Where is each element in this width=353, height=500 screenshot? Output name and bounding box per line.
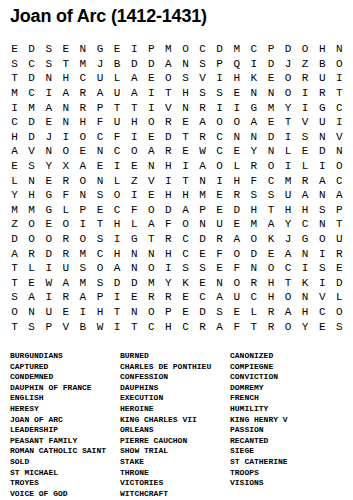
grid-cell: U — [57, 261, 74, 276]
grid-cell: R — [23, 246, 40, 261]
grid-cell: Y — [160, 276, 177, 291]
grid-cell: N — [23, 305, 40, 320]
grid-cell: A — [331, 188, 348, 203]
grid-cell: O — [280, 86, 297, 101]
grid-cell: C — [194, 290, 211, 305]
grid-cell: N — [57, 115, 74, 130]
grid-cell: N — [74, 188, 91, 203]
grid-cell: O — [126, 144, 143, 159]
grid-cell: F — [245, 173, 262, 188]
grid-cell: R — [194, 130, 211, 145]
grid-cell: O — [74, 232, 91, 247]
grid-cell: N — [40, 71, 57, 86]
grid-cell: S — [211, 305, 228, 320]
grid-cell: S — [91, 232, 108, 247]
grid-cell: E — [177, 290, 194, 305]
grid-cell: S — [262, 188, 279, 203]
grid-cell: N — [245, 86, 262, 101]
grid-cell: O — [177, 42, 194, 57]
grid-cell: E — [6, 159, 23, 174]
grid-cell: C — [177, 232, 194, 247]
grid-cell: A — [177, 203, 194, 218]
grid-cell: H — [160, 319, 177, 334]
word-list-item: DOMREMY — [230, 383, 353, 394]
grid-cell: R — [245, 276, 262, 291]
grid-cell: Z — [126, 173, 143, 188]
grid-cell: A — [211, 319, 228, 334]
grid-cell: S — [74, 261, 91, 276]
grid-cell: K — [245, 71, 262, 86]
grid-cell: V — [314, 290, 331, 305]
grid-cell: D — [262, 130, 279, 145]
grid-cell: D — [143, 57, 160, 72]
grid-cell: E — [228, 144, 245, 159]
grid-cell: H — [262, 290, 279, 305]
word-list-item: VICTORIES — [120, 478, 230, 489]
grid-cell: I — [40, 86, 57, 101]
grid-cell: O — [143, 203, 160, 218]
grid-cell: I — [126, 130, 143, 145]
grid-cell: D — [23, 42, 40, 57]
grid-cell: A — [194, 159, 211, 174]
grid-cell: L — [331, 290, 348, 305]
grid-cell: H — [177, 86, 194, 101]
grid-cell: I — [331, 115, 348, 130]
grid-cell: U — [314, 115, 331, 130]
grid-cell: T — [109, 100, 126, 115]
grid-cell: R — [57, 246, 74, 261]
grid-cell: V — [160, 100, 177, 115]
grid-cell: I — [211, 100, 228, 115]
grid-cell: R — [74, 86, 91, 101]
puzzle-title: Joan of Arc (1412-1431) — [10, 6, 207, 27]
grid-cell: T — [109, 305, 126, 320]
grid-cell: E — [194, 246, 211, 261]
grid-cell: M — [143, 276, 160, 291]
grid-cell: U — [109, 86, 126, 101]
grid-cell: I — [109, 159, 126, 174]
grid-cell: H — [314, 42, 331, 57]
grid-cell: O — [280, 71, 297, 86]
grid-cell: N — [194, 173, 211, 188]
grid-cell: D — [280, 42, 297, 57]
grid-cell: E — [6, 42, 23, 57]
word-list-item: ORLEANS — [120, 425, 230, 436]
grid-cell: Y — [280, 100, 297, 115]
grid-cell: H — [126, 115, 143, 130]
grid-cell: L — [57, 203, 74, 218]
word-list-item: SHOW TRIAL — [120, 446, 230, 457]
grid-cell: S — [177, 261, 194, 276]
grid-cell: I — [314, 276, 331, 291]
grid-cell: F — [57, 188, 74, 203]
word-list-item: KING CHARLES VII — [120, 415, 230, 426]
grid-cell: I — [109, 290, 126, 305]
grid-cell: O — [177, 217, 194, 232]
grid-cell: T — [177, 173, 194, 188]
grid-cell: O — [57, 144, 74, 159]
grid-cell: S — [194, 57, 211, 72]
grid-cell: N — [91, 144, 108, 159]
grid-cell: A — [109, 261, 126, 276]
grid-cell: T — [126, 100, 143, 115]
word-list-item: ROMAN CATHOLIC SAINT — [10, 446, 120, 457]
grid-cell: U — [211, 217, 228, 232]
grid-cell: M — [194, 188, 211, 203]
grid-cell: W — [91, 319, 108, 334]
grid-cell: C — [245, 42, 262, 57]
grid-cell: T — [262, 203, 279, 218]
grid-cell: F — [160, 217, 177, 232]
grid-cell: D — [126, 276, 143, 291]
grid-cell: E — [177, 144, 194, 159]
word-list-item: ST MICHAEL — [10, 468, 120, 479]
grid-cell: R — [74, 100, 91, 115]
grid-cell: I — [160, 261, 177, 276]
grid-cell: V — [143, 173, 160, 188]
grid-cell: H — [109, 246, 126, 261]
grid-cell: O — [91, 261, 108, 276]
grid-cell: N — [126, 305, 143, 320]
grid-cell: A — [280, 305, 297, 320]
grid-cell: A — [6, 144, 23, 159]
grid-cell: J — [280, 57, 297, 72]
grid-cell: M — [74, 276, 91, 291]
grid-cell: I — [109, 319, 126, 334]
grid-cell: C — [74, 71, 91, 86]
grid-cell: S — [6, 290, 23, 305]
grid-cell: A — [57, 276, 74, 291]
grid-cell: N — [314, 188, 331, 203]
grid-cell: R — [57, 232, 74, 247]
grid-cell: T — [143, 232, 160, 247]
word-list-item: SIEGE — [230, 446, 353, 457]
grid-cell: N — [245, 261, 262, 276]
grid-cell: L — [109, 173, 126, 188]
grid-cell: S — [91, 188, 108, 203]
grid-cell: I — [6, 100, 23, 115]
grid-cell: E — [177, 305, 194, 320]
grid-cell: C — [143, 319, 160, 334]
word-list-column: BURGUNDIANSCAPTUREDCONDEMNEDDAUPHIN OF F… — [10, 351, 120, 499]
grid-cell: D — [314, 144, 331, 159]
grid-cell: R — [297, 173, 314, 188]
grid-cell: S — [211, 86, 228, 101]
grid-cell: N — [262, 144, 279, 159]
grid-cell: N — [314, 130, 331, 145]
grid-cell: D — [211, 42, 228, 57]
grid-cell: T — [91, 217, 108, 232]
grid-cell: S — [91, 276, 108, 291]
grid-cell: G — [245, 100, 262, 115]
grid-cell: R — [228, 188, 245, 203]
grid-cell: A — [126, 71, 143, 86]
grid-cell: G — [40, 203, 57, 218]
grid-cell: R — [211, 232, 228, 247]
grid-cell: Y — [40, 159, 57, 174]
grid-cell: T — [280, 276, 297, 291]
word-list-item: KING HENRY V — [230, 415, 353, 426]
grid-cell: Y — [245, 144, 262, 159]
word-list-item: CONVICTION — [230, 372, 353, 383]
grid-cell: U — [280, 188, 297, 203]
grid-cell: C — [280, 261, 297, 276]
grid-cell: N — [211, 276, 228, 291]
grid-cell: A — [297, 188, 314, 203]
grid-cell: E — [314, 319, 331, 334]
word-list-column: BURNEDCHARLES DE PONTHIEUCONFESSIONDAUPH… — [120, 351, 230, 499]
grid-cell: I — [297, 261, 314, 276]
grid-cell: I — [126, 42, 143, 57]
grid-cell: O — [160, 71, 177, 86]
grid-cell: R — [160, 144, 177, 159]
grid-cell: U — [40, 305, 57, 320]
grid-cell: M — [74, 57, 91, 72]
grid-cell: G — [91, 42, 108, 57]
grid-cell: A — [126, 86, 143, 101]
grid-cell: E — [331, 261, 348, 276]
grid-cell: E — [262, 115, 279, 130]
grid-cell: H — [160, 246, 177, 261]
grid-cell: G — [297, 232, 314, 247]
grid-cell: C — [6, 115, 23, 130]
grid-cell: D — [23, 115, 40, 130]
grid-cell: A — [314, 173, 331, 188]
word-list-item: JOAN OF ARC — [10, 415, 120, 426]
grid-cell: S — [297, 130, 314, 145]
grid-cell: F — [126, 203, 143, 218]
grid-cell: E — [40, 217, 57, 232]
grid-cell: C — [194, 42, 211, 57]
grid-cell: H — [6, 130, 23, 145]
word-list-item: CHARLES DE PONTHIEU — [120, 362, 230, 373]
grid-cell: E — [57, 42, 74, 57]
grid-cell: A — [228, 232, 245, 247]
grid-cell: E — [74, 144, 91, 159]
grid-cell: C — [109, 144, 126, 159]
grid-cell: S — [331, 319, 348, 334]
word-list-item: PASSION — [230, 425, 353, 436]
grid-cell: E — [23, 276, 40, 291]
grid-cell: I — [74, 305, 91, 320]
grid-cell: R — [57, 173, 74, 188]
grid-cell: K — [262, 232, 279, 247]
grid-cell: U — [109, 115, 126, 130]
grid-cell: U — [228, 290, 245, 305]
word-list-item: CAPTURED — [10, 362, 120, 373]
grid-cell: O — [245, 232, 262, 247]
grid-cell: O — [331, 159, 348, 174]
grid-cell: R — [297, 71, 314, 86]
grid-cell: O — [331, 57, 348, 72]
grid-cell: S — [40, 42, 57, 57]
grid-cell: O — [74, 130, 91, 145]
grid-cell: A — [280, 246, 297, 261]
grid-cell: H — [297, 305, 314, 320]
grid-cell: I — [314, 246, 331, 261]
grid-cell: L — [109, 71, 126, 86]
word-list-item: STAKE — [120, 457, 230, 468]
grid-cell: R — [57, 290, 74, 305]
grid-cell: M — [74, 246, 91, 261]
grid-cell: O — [262, 261, 279, 276]
word-list-item: DAUPHINS — [120, 383, 230, 394]
grid-cell: T — [160, 86, 177, 101]
grid-cell: P — [160, 305, 177, 320]
grid-cell: P — [91, 100, 108, 115]
grid-cell: H — [228, 71, 245, 86]
grid-cell: I — [40, 290, 57, 305]
grid-cell: S — [40, 57, 57, 72]
word-list-item: VISIONS — [230, 478, 353, 489]
grid-cell: S — [23, 159, 40, 174]
word-list-item: BURNED — [120, 351, 230, 362]
grid-cell: D — [6, 232, 23, 247]
grid-cell: A — [160, 57, 177, 72]
grid-cell: C — [211, 144, 228, 159]
grid-cell: Y — [297, 319, 314, 334]
grid-cell: I — [160, 173, 177, 188]
grid-cell: N — [297, 246, 314, 261]
grid-cell: Z — [297, 57, 314, 72]
grid-cell: O — [280, 290, 297, 305]
grid-cell: H — [297, 203, 314, 218]
grid-cell: R — [194, 100, 211, 115]
grid-cell: A — [6, 246, 23, 261]
grid-cell: D — [126, 57, 143, 72]
grid-cell: I — [57, 130, 74, 145]
word-list-item: THRONE — [120, 468, 230, 479]
grid-cell: F — [228, 319, 245, 334]
grid-cell: N — [194, 217, 211, 232]
grid-cell: F — [228, 261, 245, 276]
grid-cell: N — [177, 57, 194, 72]
grid-cell: L — [245, 305, 262, 320]
grid-cell: O — [109, 188, 126, 203]
grid-cell: H — [245, 203, 262, 218]
grid-cell: C — [211, 130, 228, 145]
word-list-item: CONDEMNED — [10, 372, 120, 383]
grid-cell: A — [211, 290, 228, 305]
grid-cell: R — [245, 159, 262, 174]
grid-cell: O — [23, 217, 40, 232]
grid-cell: I — [280, 130, 297, 145]
grid-cell: O — [74, 173, 91, 188]
grid-cell: D — [228, 203, 245, 218]
grid-cell: E — [194, 276, 211, 291]
grid-cell: T — [126, 319, 143, 334]
grid-cell: M — [262, 100, 279, 115]
grid-cell: C — [331, 100, 348, 115]
grid-cell: H — [177, 188, 194, 203]
grid-cell: I — [126, 188, 143, 203]
grid-cell: P — [211, 57, 228, 72]
grid-cell: C — [177, 319, 194, 334]
grid-cell: H — [91, 305, 108, 320]
grid-cell: O — [143, 261, 160, 276]
grid-cell: I — [314, 159, 331, 174]
grid-cell: H — [160, 188, 177, 203]
word-list-item: CANONIZED — [230, 351, 353, 362]
grid-cell: T — [6, 276, 23, 291]
grid-cell: E — [109, 42, 126, 57]
grid-cell: T — [57, 57, 74, 72]
grid-cell: D — [194, 305, 211, 320]
grid-cell: H — [228, 173, 245, 188]
grid-cell: I — [280, 159, 297, 174]
grid-cell: I — [228, 100, 245, 115]
grid-cell: E — [228, 305, 245, 320]
grid-cell: M — [280, 173, 297, 188]
grid-cell: R — [143, 290, 160, 305]
grid-cell: G — [126, 232, 143, 247]
grid-cell: I — [297, 86, 314, 101]
grid-cell: G — [40, 188, 57, 203]
grid-cell: H — [23, 188, 40, 203]
grid-cell: A — [74, 159, 91, 174]
grid-cell: O — [57, 217, 74, 232]
grid-cell: N — [40, 144, 57, 159]
grid-cell: R — [160, 290, 177, 305]
grid-cell: I — [245, 57, 262, 72]
grid-cell: H — [109, 217, 126, 232]
grid-cell: D — [160, 130, 177, 145]
grid-cell: A — [74, 290, 91, 305]
grid-cell: B — [109, 57, 126, 72]
word-list-item: ST CATHERINE — [230, 457, 353, 468]
grid-cell: J — [91, 57, 108, 72]
grid-cell: I — [143, 86, 160, 101]
word-list-item: PIERRE CAUCHON — [120, 436, 230, 447]
grid-cell: I — [331, 71, 348, 86]
grid-cell: C — [23, 86, 40, 101]
word-list-item: TROYES — [10, 478, 120, 489]
word-list-item: PEASANT FAMILY — [10, 436, 120, 447]
grid-cell: E — [262, 71, 279, 86]
grid-cell: U — [91, 71, 108, 86]
grid-cell: E — [262, 246, 279, 261]
grid-cell: E — [211, 188, 228, 203]
grid-cell: V — [297, 115, 314, 130]
grid-cell: O — [297, 42, 314, 57]
grid-cell: M — [228, 42, 245, 57]
grid-cell: E — [177, 115, 194, 130]
grid-cell: U — [314, 71, 331, 86]
letter-grid: EDSENGEIPMOCDMCPDOHNSCSTMJBDDANSPQIDJZBO… — [6, 42, 348, 334]
grid-cell: T — [6, 319, 23, 334]
grid-cell: N — [23, 173, 40, 188]
grid-cell: O — [331, 305, 348, 320]
grid-cell: O — [228, 276, 245, 291]
grid-cell: R — [160, 115, 177, 130]
grid-cell: H — [57, 71, 74, 86]
grid-cell: N — [57, 100, 74, 115]
grid-cell: H — [262, 276, 279, 291]
grid-cell: R — [331, 246, 348, 261]
grid-cell: S — [314, 261, 331, 276]
grid-cell: J — [40, 130, 57, 145]
grid-cell: C — [91, 246, 108, 261]
grid-cell: H — [160, 159, 177, 174]
grid-cell: E — [228, 217, 245, 232]
grid-cell: M — [245, 217, 262, 232]
word-list-item: RECANTED — [230, 436, 353, 447]
word-list-column: CANONIZEDCOMPIEGNECONVICTIONDOMREMYFRENC… — [230, 351, 353, 489]
grid-cell: P — [40, 319, 57, 334]
grid-cell: S — [194, 86, 211, 101]
grid-cell: H — [74, 115, 91, 130]
grid-cell: E — [211, 261, 228, 276]
